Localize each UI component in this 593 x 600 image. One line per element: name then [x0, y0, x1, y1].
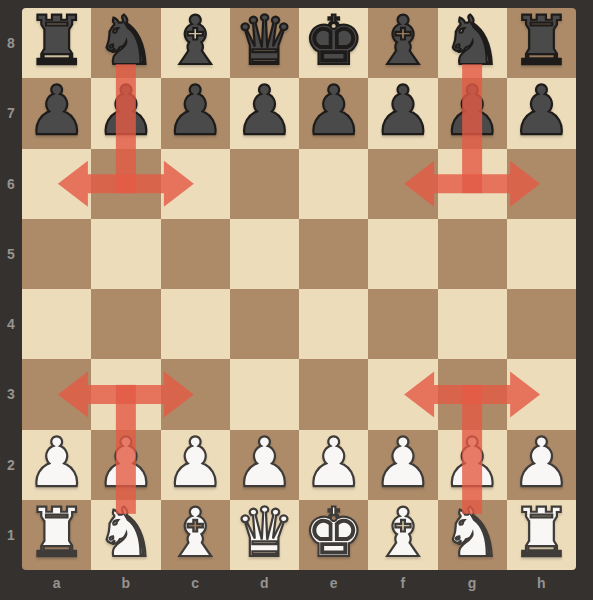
piece-black-queen-d8[interactable]: ♛ — [234, 8, 295, 75]
square-f5[interactable] — [368, 219, 437, 289]
piece-white-pawn-b2[interactable]: ♟ — [95, 429, 156, 497]
square-f6[interactable] — [368, 149, 437, 219]
piece-black-rook-h8[interactable]: ♜ — [511, 8, 572, 75]
square-a1[interactable]: ♜ — [22, 500, 91, 570]
piece-white-pawn-g2[interactable]: ♟ — [442, 429, 503, 497]
square-h3[interactable] — [507, 359, 576, 429]
piece-white-knight-g1[interactable]: ♞ — [442, 499, 503, 567]
square-c5[interactable] — [161, 219, 230, 289]
square-e3[interactable] — [299, 359, 368, 429]
square-e1[interactable]: ♚ — [299, 500, 368, 570]
square-g5[interactable] — [438, 219, 507, 289]
piece-white-pawn-a2[interactable]: ♟ — [26, 429, 87, 497]
square-a6[interactable] — [22, 149, 91, 219]
rank-label-5: 5 — [0, 219, 22, 289]
chess-app-canvas: 87654321 abcdefgh ♜♞♝♛♚♝♞♜♟♟♟♟♟♟♟♟♟♟♟♟♟♟… — [0, 0, 593, 600]
square-g2[interactable]: ♟ — [438, 430, 507, 500]
square-c3[interactable] — [161, 359, 230, 429]
file-label-g: g — [438, 570, 507, 600]
square-a5[interactable] — [22, 219, 91, 289]
square-b7[interactable]: ♟ — [91, 78, 160, 148]
piece-white-pawn-h2[interactable]: ♟ — [511, 429, 572, 497]
piece-white-pawn-f2[interactable]: ♟ — [372, 429, 433, 497]
rank-label-1: 1 — [0, 500, 22, 570]
rank-label-4: 4 — [0, 289, 22, 359]
square-c7[interactable]: ♟ — [161, 78, 230, 148]
square-e4[interactable] — [299, 289, 368, 359]
square-d3[interactable] — [230, 359, 299, 429]
chess-board[interactable]: ♜♞♝♛♚♝♞♜♟♟♟♟♟♟♟♟♟♟♟♟♟♟♟♟♜♞♝♛♚♝♞♜ — [22, 8, 576, 570]
square-a2[interactable]: ♟ — [22, 430, 91, 500]
square-d6[interactable] — [230, 149, 299, 219]
square-h6[interactable] — [507, 149, 576, 219]
rank-label-6: 6 — [0, 149, 22, 219]
piece-black-rook-a8[interactable]: ♜ — [26, 8, 87, 75]
square-g4[interactable] — [438, 289, 507, 359]
piece-black-pawn-d7[interactable]: ♟ — [234, 77, 295, 145]
square-h7[interactable]: ♟ — [507, 78, 576, 148]
square-h8[interactable]: ♜ — [507, 8, 576, 78]
square-a8[interactable]: ♜ — [22, 8, 91, 78]
file-label-a: a — [22, 570, 91, 600]
square-e2[interactable]: ♟ — [299, 430, 368, 500]
square-b3[interactable] — [91, 359, 160, 429]
piece-white-rook-a1[interactable]: ♜ — [26, 499, 87, 567]
file-label-h: h — [507, 570, 576, 600]
square-h4[interactable] — [507, 289, 576, 359]
rank-label-8: 8 — [0, 8, 22, 78]
square-d7[interactable]: ♟ — [230, 78, 299, 148]
piece-black-pawn-a7[interactable]: ♟ — [26, 77, 87, 145]
piece-black-pawn-c7[interactable]: ♟ — [165, 77, 226, 145]
square-b2[interactable]: ♟ — [91, 430, 160, 500]
square-c2[interactable]: ♟ — [161, 430, 230, 500]
piece-white-bishop-f1[interactable]: ♝ — [372, 499, 433, 567]
piece-white-rook-h1[interactable]: ♜ — [511, 499, 572, 567]
file-label-d: d — [230, 570, 299, 600]
square-d1[interactable]: ♛ — [230, 500, 299, 570]
piece-black-pawn-h7[interactable]: ♟ — [511, 77, 572, 145]
square-c4[interactable] — [161, 289, 230, 359]
piece-white-pawn-d2[interactable]: ♟ — [234, 429, 295, 497]
file-label-b: b — [91, 570, 160, 600]
square-h5[interactable] — [507, 219, 576, 289]
square-a3[interactable] — [22, 359, 91, 429]
file-label-c: c — [161, 570, 230, 600]
square-g1[interactable]: ♞ — [438, 500, 507, 570]
piece-black-bishop-c8[interactable]: ♝ — [165, 8, 226, 75]
square-f7[interactable]: ♟ — [368, 78, 437, 148]
square-b8[interactable]: ♞ — [91, 8, 160, 78]
square-b6[interactable] — [91, 149, 160, 219]
square-g3[interactable] — [438, 359, 507, 429]
square-f2[interactable]: ♟ — [368, 430, 437, 500]
file-label-e: e — [299, 570, 368, 600]
square-h1[interactable]: ♜ — [507, 500, 576, 570]
square-d8[interactable]: ♛ — [230, 8, 299, 78]
square-d5[interactable] — [230, 219, 299, 289]
square-c6[interactable] — [161, 149, 230, 219]
square-g7[interactable]: ♟ — [438, 78, 507, 148]
piece-white-bishop-c1[interactable]: ♝ — [165, 499, 226, 567]
square-g6[interactable] — [438, 149, 507, 219]
square-a7[interactable]: ♟ — [22, 78, 91, 148]
square-b4[interactable] — [91, 289, 160, 359]
rank-labels: 87654321 — [0, 8, 22, 570]
square-d4[interactable] — [230, 289, 299, 359]
square-e5[interactable] — [299, 219, 368, 289]
rank-label-2: 2 — [0, 430, 22, 500]
square-f8[interactable]: ♝ — [368, 8, 437, 78]
square-d2[interactable]: ♟ — [230, 430, 299, 500]
square-f3[interactable] — [368, 359, 437, 429]
piece-white-knight-b1[interactable]: ♞ — [95, 499, 156, 567]
piece-white-pawn-c2[interactable]: ♟ — [165, 429, 226, 497]
square-b1[interactable]: ♞ — [91, 500, 160, 570]
piece-black-pawn-g7[interactable]: ♟ — [442, 77, 503, 145]
piece-black-king-e8[interactable]: ♚ — [303, 8, 364, 75]
square-b5[interactable] — [91, 219, 160, 289]
square-e8[interactable]: ♚ — [299, 8, 368, 78]
piece-black-pawn-b7[interactable]: ♟ — [95, 77, 156, 145]
file-labels: abcdefgh — [22, 570, 576, 600]
square-a4[interactable] — [22, 289, 91, 359]
piece-black-knight-g8[interactable]: ♞ — [442, 8, 503, 75]
square-c1[interactable]: ♝ — [161, 500, 230, 570]
square-e7[interactable]: ♟ — [299, 78, 368, 148]
piece-white-king-e1[interactable]: ♚ — [303, 499, 364, 567]
piece-black-knight-b8[interactable]: ♞ — [95, 8, 156, 75]
square-c8[interactable]: ♝ — [161, 8, 230, 78]
square-g8[interactable]: ♞ — [438, 8, 507, 78]
piece-white-queen-d1[interactable]: ♛ — [234, 499, 295, 567]
piece-black-pawn-e7[interactable]: ♟ — [303, 77, 364, 145]
square-h2[interactable]: ♟ — [507, 430, 576, 500]
square-f4[interactable] — [368, 289, 437, 359]
square-e6[interactable] — [299, 149, 368, 219]
file-label-f: f — [368, 570, 437, 600]
piece-black-pawn-f7[interactable]: ♟ — [372, 77, 433, 145]
piece-white-pawn-e2[interactable]: ♟ — [303, 429, 364, 497]
rank-label-3: 3 — [0, 359, 22, 429]
square-f1[interactable]: ♝ — [368, 500, 437, 570]
piece-black-bishop-f8[interactable]: ♝ — [372, 8, 433, 75]
rank-label-7: 7 — [0, 78, 22, 148]
